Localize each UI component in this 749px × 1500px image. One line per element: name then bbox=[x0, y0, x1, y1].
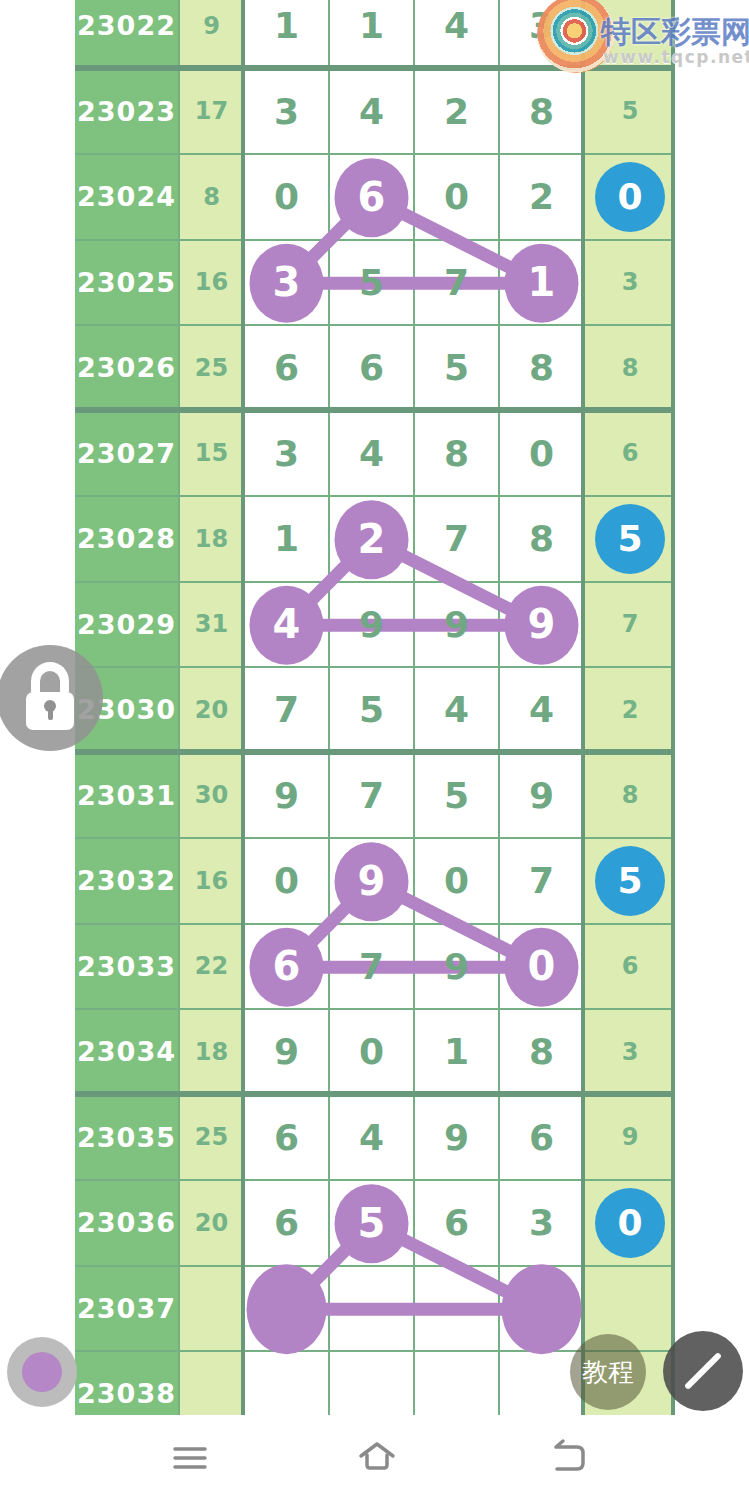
digit-cell[interactable]: 4 bbox=[330, 1096, 413, 1180]
digit-cell[interactable]: 3 bbox=[500, 1181, 583, 1265]
period-cell: 23029 bbox=[75, 583, 178, 667]
sum-cell: 9 bbox=[180, 0, 243, 68]
sum-cell: 22 bbox=[180, 925, 243, 1009]
tail-cell[interactable]: 3 bbox=[585, 1010, 675, 1094]
digit-cell[interactable]: 6 bbox=[245, 1096, 328, 1180]
digit-cell[interactable]: 9 bbox=[330, 839, 413, 923]
digit-cell[interactable]: 6 bbox=[330, 155, 413, 239]
period-cell: 23036 bbox=[75, 1181, 178, 1265]
digit-cell[interactable]: 3 bbox=[245, 241, 328, 325]
period-cell: 23025 bbox=[75, 241, 178, 325]
digit-cell[interactable]: 9 bbox=[245, 1010, 328, 1094]
digit-cell[interactable]: 6 bbox=[415, 1181, 498, 1265]
period-cell: 23022 bbox=[75, 0, 178, 68]
lock-icon bbox=[31, 662, 69, 692]
tail-cell[interactable]: 6 bbox=[585, 412, 675, 496]
tail-cell[interactable]: 6 bbox=[585, 925, 675, 1009]
digit-cell[interactable] bbox=[415, 1352, 498, 1415]
digit-cell[interactable] bbox=[245, 1352, 328, 1415]
tail-cell[interactable]: 7 bbox=[585, 583, 675, 667]
tail-cell[interactable]: 2 bbox=[585, 668, 675, 752]
digit-cell[interactable]: 6 bbox=[245, 326, 328, 410]
tail-cell[interactable]: 0 bbox=[585, 1181, 675, 1265]
lottery-trend-page: 2302291143230231734285230248060202302516… bbox=[0, 0, 749, 1500]
digit-cell[interactable]: 9 bbox=[245, 754, 328, 838]
digit-cell[interactable]: 1 bbox=[415, 1010, 498, 1094]
column-divider bbox=[671, 0, 675, 1415]
digit-cell[interactable]: 0 bbox=[500, 925, 583, 1009]
digit-cell[interactable]: 8 bbox=[500, 70, 583, 154]
digit-cell[interactable]: 0 bbox=[415, 155, 498, 239]
digit-cell[interactable]: 8 bbox=[500, 326, 583, 410]
back-button[interactable] bbox=[545, 1437, 589, 1481]
android-navbar bbox=[0, 1415, 749, 1500]
digit-cell[interactable]: 6 bbox=[330, 326, 413, 410]
digit-cell[interactable]: 1 bbox=[245, 0, 328, 68]
tail-cell[interactable]: 5 bbox=[585, 839, 675, 923]
tutorial-button[interactable]: 教程 bbox=[570, 1334, 646, 1410]
column-divider bbox=[581, 0, 585, 1415]
group-divider bbox=[75, 1091, 675, 1097]
digit-cell[interactable]: 3 bbox=[245, 412, 328, 496]
pencil-button[interactable] bbox=[663, 1331, 743, 1411]
digit-cell[interactable]: 7 bbox=[245, 668, 328, 752]
digit-cell[interactable]: 6 bbox=[245, 925, 328, 1009]
tail-cell[interactable]: 5 bbox=[585, 497, 675, 581]
digit-cell[interactable]: 9 bbox=[415, 1096, 498, 1180]
tail-cell[interactable]: 8 bbox=[585, 754, 675, 838]
home-icon bbox=[355, 1437, 399, 1481]
period-cell: 23026 bbox=[75, 326, 178, 410]
sum-cell: 31 bbox=[180, 583, 243, 667]
digit-cell[interactable]: 0 bbox=[245, 155, 328, 239]
digit-cell[interactable]: 9 bbox=[330, 583, 413, 667]
back-icon bbox=[545, 1437, 589, 1481]
sum-cell: 15 bbox=[180, 412, 243, 496]
digit-cell[interactable]: 1 bbox=[245, 497, 328, 581]
digit-cell[interactable]: 5 bbox=[330, 241, 413, 325]
column-divider bbox=[241, 0, 245, 1415]
digit-cell[interactable]: 1 bbox=[330, 0, 413, 68]
digit-cell[interactable]: 2 bbox=[330, 497, 413, 581]
digit-cell[interactable]: 9 bbox=[500, 754, 583, 838]
digit-cell[interactable]: 9 bbox=[415, 583, 498, 667]
tail-cell[interactable]: 5 bbox=[585, 70, 675, 154]
digit-cell[interactable]: 5 bbox=[330, 1181, 413, 1265]
tail-cell[interactable]: 8 bbox=[585, 326, 675, 410]
digit-cell[interactable] bbox=[500, 1267, 583, 1351]
digit-cell[interactable]: 5 bbox=[415, 754, 498, 838]
digit-cell[interactable]: 4 bbox=[245, 583, 328, 667]
sum-cell: 18 bbox=[180, 1010, 243, 1094]
sum-cell: 16 bbox=[180, 241, 243, 325]
digit-cell[interactable]: 0 bbox=[330, 1010, 413, 1094]
digit-cell[interactable]: 2 bbox=[415, 70, 498, 154]
tail-cell[interactable]: 9 bbox=[585, 1096, 675, 1180]
digit-cell[interactable]: 5 bbox=[415, 326, 498, 410]
menu-icon bbox=[168, 1437, 212, 1481]
digit-cell[interactable]: 3 bbox=[500, 0, 583, 68]
period-cell: 23034 bbox=[75, 1010, 178, 1094]
period-cell: 23035 bbox=[75, 1096, 178, 1180]
sum-cell: 25 bbox=[180, 1096, 243, 1180]
period-cell: 23037 bbox=[75, 1267, 178, 1351]
digit-cell[interactable]: 1 bbox=[500, 241, 583, 325]
digit-cell[interactable]: 2 bbox=[500, 155, 583, 239]
sum-cell: 18 bbox=[180, 497, 243, 581]
digit-cell[interactable]: 0 bbox=[500, 412, 583, 496]
digit-cell[interactable]: 6 bbox=[500, 1096, 583, 1180]
group-divider bbox=[75, 65, 675, 71]
digit-cell[interactable]: 0 bbox=[415, 839, 498, 923]
sum-cell: 30 bbox=[180, 754, 243, 838]
digit-cell[interactable]: 9 bbox=[500, 583, 583, 667]
trend-table: 2302291143230231734285230248060202302516… bbox=[0, 0, 749, 1415]
sum-cell bbox=[180, 1352, 243, 1415]
digit-cell[interactable] bbox=[415, 1267, 498, 1351]
digit-cell[interactable]: 3 bbox=[245, 70, 328, 154]
sum-cell bbox=[180, 1267, 243, 1351]
digit-cell[interactable] bbox=[330, 1267, 413, 1351]
tail-cell[interactable] bbox=[585, 0, 675, 68]
sum-cell: 17 bbox=[180, 70, 243, 154]
purple-color-dot-icon bbox=[22, 1352, 62, 1392]
digit-cell[interactable]: 8 bbox=[415, 412, 498, 496]
digit-cell[interactable]: 7 bbox=[500, 839, 583, 923]
period-cell: 23023 bbox=[75, 70, 178, 154]
digit-cell[interactable]: 8 bbox=[500, 1010, 583, 1094]
digit-cell[interactable]: 4 bbox=[330, 70, 413, 154]
sum-cell: 20 bbox=[180, 668, 243, 752]
tail-cell[interactable]: 3 bbox=[585, 241, 675, 325]
digit-cell[interactable]: 8 bbox=[500, 497, 583, 581]
digit-cell[interactable] bbox=[245, 1267, 328, 1351]
period-cell: 23033 bbox=[75, 925, 178, 1009]
digit-cell[interactable]: 7 bbox=[415, 497, 498, 581]
period-cell: 23031 bbox=[75, 754, 178, 838]
trend-grid: 2302291143230231734285230248060202302516… bbox=[75, 0, 675, 1415]
digit-cell[interactable]: 7 bbox=[330, 754, 413, 838]
digit-cell[interactable]: 0 bbox=[245, 839, 328, 923]
digit-cell[interactable]: 6 bbox=[245, 1181, 328, 1265]
digit-cell[interactable]: 7 bbox=[330, 925, 413, 1009]
digit-cell[interactable]: 7 bbox=[415, 241, 498, 325]
pencil-icon bbox=[684, 1352, 722, 1390]
digit-cell[interactable]: 4 bbox=[500, 668, 583, 752]
period-cell: 23024 bbox=[75, 155, 178, 239]
period-cell: 23032 bbox=[75, 839, 178, 923]
digit-cell[interactable]: 9 bbox=[415, 925, 498, 1009]
period-cell: 23038 bbox=[75, 1352, 178, 1415]
digit-cell[interactable]: 5 bbox=[330, 668, 413, 752]
marker-color-button[interactable] bbox=[7, 1337, 77, 1407]
digit-cell[interactable]: 4 bbox=[415, 668, 498, 752]
lock-button[interactable] bbox=[0, 645, 103, 751]
group-divider bbox=[75, 407, 675, 413]
group-divider bbox=[75, 749, 675, 755]
sum-cell: 16 bbox=[180, 839, 243, 923]
sum-cell: 20 bbox=[180, 1181, 243, 1265]
sum-cell: 25 bbox=[180, 326, 243, 410]
home-button[interactable] bbox=[355, 1437, 399, 1481]
period-cell: 23027 bbox=[75, 412, 178, 496]
sum-cell: 8 bbox=[180, 155, 243, 239]
tail-cell[interactable]: 0 bbox=[585, 155, 675, 239]
digit-cell[interactable]: 4 bbox=[330, 412, 413, 496]
digit-cell[interactable]: 4 bbox=[415, 0, 498, 68]
period-cell: 23028 bbox=[75, 497, 178, 581]
digit-cell[interactable] bbox=[330, 1352, 413, 1415]
menu-button[interactable] bbox=[168, 1437, 212, 1481]
